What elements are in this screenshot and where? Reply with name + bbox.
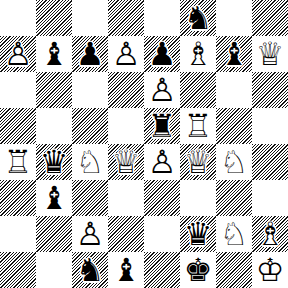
square-d5[interactable]: [108, 108, 144, 144]
square-a7[interactable]: ♟♙: [0, 36, 36, 72]
square-d1[interactable]: ♝♝: [108, 252, 144, 288]
white-rook-icon: ♖: [184, 110, 213, 142]
white-knight-piece[interactable]: ♞♘: [216, 144, 252, 180]
square-c1[interactable]: ♞♞: [72, 252, 108, 288]
square-e5[interactable]: ♜♜: [144, 108, 180, 144]
white-queen-piece[interactable]: ♛♕: [108, 144, 144, 180]
square-h1[interactable]: ♚♔: [252, 252, 288, 288]
square-e6[interactable]: ♟♙: [144, 72, 180, 108]
square-h3[interactable]: [252, 180, 288, 216]
square-f6[interactable]: [180, 72, 216, 108]
white-rook-piece[interactable]: ♜♖: [0, 144, 36, 180]
white-knight-piece[interactable]: ♞♘: [72, 144, 108, 180]
chess-board: ♞♞♟♙♝♝♟♟♟♙♟♟♝♗♝♝♛♕♟♙♜♜♜♖♜♖♛♛♞♘♛♕♟♙♛♕♞♘♝♝…: [0, 0, 288, 288]
black-knight-icon: ♞: [76, 254, 105, 286]
square-a1[interactable]: [0, 252, 36, 288]
black-rook-icon: ♜: [148, 110, 177, 142]
black-bishop-piece[interactable]: ♝♝: [36, 180, 72, 216]
square-b5[interactable]: [36, 108, 72, 144]
black-king-icon: ♚: [184, 254, 213, 286]
white-pawn-icon: ♙: [112, 38, 141, 70]
square-c8[interactable]: [72, 0, 108, 36]
square-f8[interactable]: ♞♞: [180, 0, 216, 36]
white-bishop-icon: ♗: [256, 218, 285, 250]
black-knight-icon: ♞: [184, 2, 213, 34]
white-queen-icon: ♕: [184, 146, 213, 178]
square-d4[interactable]: ♛♕: [108, 144, 144, 180]
square-f7[interactable]: ♝♗: [180, 36, 216, 72]
square-h7[interactable]: ♛♕: [252, 36, 288, 72]
square-d3[interactable]: [108, 180, 144, 216]
square-d7[interactable]: ♟♙: [108, 36, 144, 72]
white-pawn-icon: ♙: [76, 218, 105, 250]
square-b6[interactable]: [36, 72, 72, 108]
white-pawn-piece[interactable]: ♟♙: [144, 72, 180, 108]
white-queen-icon: ♕: [112, 146, 141, 178]
square-h2[interactable]: ♝♗: [252, 216, 288, 252]
black-queen-piece[interactable]: ♛♛: [180, 216, 216, 252]
square-f1[interactable]: ♚♚: [180, 252, 216, 288]
white-rook-icon: ♖: [4, 146, 33, 178]
square-c6[interactable]: [72, 72, 108, 108]
square-h4[interactable]: [252, 144, 288, 180]
white-king-piece[interactable]: ♚♔: [252, 252, 288, 288]
white-pawn-icon: ♙: [4, 38, 33, 70]
white-pawn-piece[interactable]: ♟♙: [0, 36, 36, 72]
square-f4[interactable]: ♛♕: [180, 144, 216, 180]
square-a4[interactable]: ♜♖: [0, 144, 36, 180]
square-a5[interactable]: [0, 108, 36, 144]
square-c4[interactable]: ♞♘: [72, 144, 108, 180]
white-king-icon: ♔: [256, 254, 285, 286]
black-queen-icon: ♛: [184, 218, 213, 250]
white-knight-icon: ♘: [220, 146, 249, 178]
square-b1[interactable]: [36, 252, 72, 288]
black-bishop-piece[interactable]: ♝♝: [108, 252, 144, 288]
white-knight-icon: ♘: [76, 146, 105, 178]
square-f3[interactable]: [180, 180, 216, 216]
black-knight-piece[interactable]: ♞♞: [180, 0, 216, 36]
chess-diagram: ♞♞♟♙♝♝♟♟♟♙♟♟♝♗♝♝♛♕♟♙♜♜♜♖♜♖♛♛♞♘♛♕♟♙♛♕♞♘♝♝…: [0, 0, 288, 288]
square-c3[interactable]: [72, 180, 108, 216]
white-pawn-icon: ♙: [148, 146, 177, 178]
square-d8[interactable]: [108, 0, 144, 36]
black-bishop-icon: ♝: [40, 38, 69, 70]
square-d6[interactable]: [108, 72, 144, 108]
square-h6[interactable]: [252, 72, 288, 108]
white-pawn-piece[interactable]: ♟♙: [144, 144, 180, 180]
square-e7[interactable]: ♟♟: [144, 36, 180, 72]
square-f2[interactable]: ♛♛: [180, 216, 216, 252]
square-e1[interactable]: [144, 252, 180, 288]
black-king-piece[interactable]: ♚♚: [180, 252, 216, 288]
black-bishop-icon: ♝: [220, 38, 249, 70]
square-b7[interactable]: ♝♝: [36, 36, 72, 72]
white-pawn-piece[interactable]: ♟♙: [72, 216, 108, 252]
square-b4[interactable]: ♛♛: [36, 144, 72, 180]
square-e4[interactable]: ♟♙: [144, 144, 180, 180]
square-c5[interactable]: [72, 108, 108, 144]
square-a6[interactable]: [0, 72, 36, 108]
square-b2[interactable]: [36, 216, 72, 252]
black-bishop-piece[interactable]: ♝♝: [36, 36, 72, 72]
black-pawn-piece[interactable]: ♟♟: [72, 36, 108, 72]
black-bishop-icon: ♝: [40, 182, 69, 214]
white-knight-piece[interactable]: ♞♘: [216, 216, 252, 252]
square-a2[interactable]: [0, 216, 36, 252]
square-g2[interactable]: ♞♘: [216, 216, 252, 252]
black-pawn-icon: ♟: [148, 38, 177, 70]
square-b8[interactable]: [36, 0, 72, 36]
square-e8[interactable]: [144, 0, 180, 36]
white-bishop-piece[interactable]: ♝♗: [252, 216, 288, 252]
white-pawn-icon: ♙: [148, 74, 177, 106]
black-queen-icon: ♛: [40, 146, 69, 178]
square-d2[interactable]: [108, 216, 144, 252]
square-a3[interactable]: [0, 180, 36, 216]
square-g3[interactable]: [216, 180, 252, 216]
white-queen-piece[interactable]: ♛♕: [252, 36, 288, 72]
white-bishop-piece[interactable]: ♝♗: [180, 36, 216, 72]
square-e3[interactable]: [144, 180, 180, 216]
square-c7[interactable]: ♟♟: [72, 36, 108, 72]
square-b3[interactable]: ♝♝: [36, 180, 72, 216]
white-knight-icon: ♘: [220, 218, 249, 250]
black-rook-piece[interactable]: ♜♜: [144, 108, 180, 144]
black-pawn-piece[interactable]: ♟♟: [144, 36, 180, 72]
square-g6[interactable]: [216, 72, 252, 108]
square-a8[interactable]: [0, 0, 36, 36]
square-c2[interactable]: ♟♙: [72, 216, 108, 252]
square-g1[interactable]: [216, 252, 252, 288]
square-g5[interactable]: [216, 108, 252, 144]
white-bishop-icon: ♗: [184, 38, 213, 70]
black-queen-piece[interactable]: ♛♛: [36, 144, 72, 180]
square-g7[interactable]: ♝♝: [216, 36, 252, 72]
white-queen-piece[interactable]: ♛♕: [180, 144, 216, 180]
black-knight-piece[interactable]: ♞♞: [72, 252, 108, 288]
black-bishop-piece[interactable]: ♝♝: [216, 36, 252, 72]
black-bishop-icon: ♝: [112, 254, 141, 286]
white-queen-icon: ♕: [256, 38, 285, 70]
square-g4[interactable]: ♞♘: [216, 144, 252, 180]
white-rook-piece[interactable]: ♜♖: [180, 108, 216, 144]
square-h8[interactable]: [252, 0, 288, 36]
white-pawn-piece[interactable]: ♟♙: [108, 36, 144, 72]
square-e2[interactable]: [144, 216, 180, 252]
square-g8[interactable]: [216, 0, 252, 36]
square-h5[interactable]: [252, 108, 288, 144]
square-f5[interactable]: ♜♖: [180, 108, 216, 144]
black-pawn-icon: ♟: [76, 38, 105, 70]
